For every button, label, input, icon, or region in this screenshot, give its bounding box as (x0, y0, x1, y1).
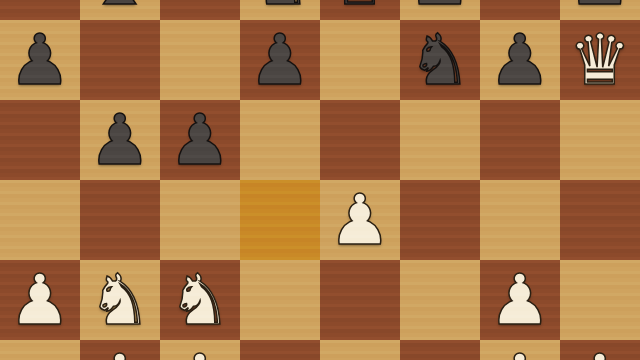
square-g7[interactable] (480, 0, 560, 20)
square-e7[interactable]: ♛ (320, 0, 400, 20)
white-pawn[interactable]: ♟ (9, 260, 72, 340)
square-g6[interactable]: ♟ (480, 20, 560, 100)
black-pawn[interactable]: ♟ (249, 20, 312, 100)
square-a6[interactable]: ♟ (0, 20, 80, 100)
black-pawn[interactable]: ♟ (9, 20, 72, 100)
square-f7[interactable]: ♟ (400, 0, 480, 20)
square-h2[interactable]: ♟ (560, 340, 640, 360)
white-knight[interactable]: ♞ (89, 260, 152, 340)
square-h5[interactable] (560, 100, 640, 180)
square-f5[interactable] (400, 100, 480, 180)
square-a7[interactable] (0, 0, 80, 20)
square-h3[interactable] (560, 260, 640, 340)
white-pawn[interactable]: ♟ (329, 180, 392, 260)
square-d6[interactable]: ♟ (240, 20, 320, 100)
square-h6[interactable]: ♛ (560, 20, 640, 100)
square-d2[interactable] (240, 340, 320, 360)
square-h7[interactable]: ♟ (560, 0, 640, 20)
black-queen[interactable]: ♛ (329, 0, 392, 20)
square-b4[interactable] (80, 180, 160, 260)
square-b6[interactable] (80, 20, 160, 100)
square-f3[interactable] (400, 260, 480, 340)
white-queen[interactable]: ♛ (569, 20, 632, 100)
square-f4[interactable] (400, 180, 480, 260)
square-c6[interactable] (160, 20, 240, 100)
black-pawn[interactable]: ♟ (569, 0, 632, 20)
square-a4[interactable] (0, 180, 80, 260)
white-pawn[interactable]: ♟ (489, 260, 552, 340)
square-d5[interactable] (240, 100, 320, 180)
square-g3[interactable]: ♟ (480, 260, 560, 340)
square-a2[interactable] (0, 340, 80, 360)
square-e5[interactable] (320, 100, 400, 180)
white-pawn[interactable]: ♟ (169, 340, 232, 360)
square-c5[interactable]: ♟ (160, 100, 240, 180)
square-e4[interactable]: ♟ (320, 180, 400, 260)
white-pawn[interactable]: ♟ (569, 340, 632, 360)
square-d3[interactable] (240, 260, 320, 340)
square-c2[interactable]: ♟ (160, 340, 240, 360)
square-b3[interactable]: ♞ (80, 260, 160, 340)
square-c7[interactable] (160, 0, 240, 20)
square-a3[interactable]: ♟ (0, 260, 80, 340)
square-c3[interactable]: ♞ (160, 260, 240, 340)
square-e3[interactable] (320, 260, 400, 340)
chess-board: ♝♞♛♟♟♟♟♞♟♛♟♟♟♟♞♞♟♟♟♟♟ (0, 0, 640, 360)
square-c4[interactable] (160, 180, 240, 260)
square-b5[interactable]: ♟ (80, 100, 160, 180)
square-g4[interactable] (480, 180, 560, 260)
square-d4[interactable] (240, 180, 320, 260)
square-a5[interactable] (0, 100, 80, 180)
square-h4[interactable] (560, 180, 640, 260)
black-knight[interactable]: ♞ (409, 20, 472, 100)
square-d7[interactable]: ♞ (240, 0, 320, 20)
square-e2[interactable] (320, 340, 400, 360)
square-f6[interactable]: ♞ (400, 20, 480, 100)
white-pawn[interactable]: ♟ (89, 340, 152, 360)
square-g2[interactable]: ♟ (480, 340, 560, 360)
black-pawn[interactable]: ♟ (89, 100, 152, 180)
square-b7[interactable]: ♝ (80, 0, 160, 20)
black-pawn[interactable]: ♟ (409, 0, 472, 20)
square-b2[interactable]: ♟ (80, 340, 160, 360)
square-f2[interactable] (400, 340, 480, 360)
black-bishop[interactable]: ♝ (89, 0, 152, 20)
black-pawn[interactable]: ♟ (489, 20, 552, 100)
black-pawn[interactable]: ♟ (169, 100, 232, 180)
white-knight[interactable]: ♞ (169, 260, 232, 340)
square-g5[interactable] (480, 100, 560, 180)
black-knight[interactable]: ♞ (249, 0, 312, 20)
square-e6[interactable] (320, 20, 400, 100)
app-viewport: ♝♞♛♟♟♟♟♞♟♛♟♟♟♟♞♞♟♟♟♟♟ (0, 0, 640, 360)
white-pawn[interactable]: ♟ (489, 340, 552, 360)
